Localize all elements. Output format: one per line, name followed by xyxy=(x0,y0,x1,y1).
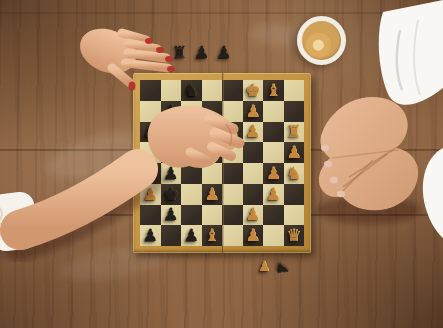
piece-bp-a6[interactable]: ♟ xyxy=(143,123,158,140)
square-a1[interactable]: ♟ xyxy=(140,225,161,246)
piece-wp-g3[interactable]: ♟ xyxy=(266,186,281,203)
square-b2[interactable]: ♟ xyxy=(161,205,182,226)
square-a5[interactable] xyxy=(140,142,161,163)
square-h8[interactable] xyxy=(284,80,305,101)
square-f1[interactable]: ♟ xyxy=(243,225,264,246)
piece-bp-c1[interactable]: ♟ xyxy=(184,227,199,244)
square-c6[interactable] xyxy=(181,122,202,143)
square-f6[interactable]: ♟ xyxy=(243,122,264,143)
square-h6[interactable]: ♜ xyxy=(284,122,305,143)
square-f3[interactable] xyxy=(243,184,264,205)
captured-bp[interactable]: ♟ xyxy=(194,44,209,61)
piece-wp-f2[interactable]: ♟ xyxy=(245,206,260,223)
square-c1[interactable]: ♟ xyxy=(181,225,202,246)
piece-wb-g8[interactable]: ♝ xyxy=(266,82,281,99)
square-b6[interactable] xyxy=(161,122,182,143)
square-e6[interactable] xyxy=(222,122,243,143)
piece-wr-h6[interactable]: ♜ xyxy=(286,123,301,140)
square-g4[interactable]: ♟ xyxy=(263,163,284,184)
square-c7[interactable] xyxy=(181,101,202,122)
captured-standing-pawn[interactable]: ♟ xyxy=(258,259,271,273)
square-g5[interactable] xyxy=(263,142,284,163)
square-a6[interactable]: ♟ xyxy=(140,122,161,143)
square-a2[interactable] xyxy=(140,205,161,226)
piece-wp-g4[interactable]: ♟ xyxy=(266,165,281,182)
square-b5[interactable] xyxy=(161,142,182,163)
square-a4[interactable] xyxy=(140,163,161,184)
square-h5[interactable]: ♟ xyxy=(284,142,305,163)
piece-bp-b7[interactable]: ♟ xyxy=(163,103,178,120)
square-b7[interactable]: ♟ xyxy=(161,101,182,122)
square-d3[interactable]: ♟ xyxy=(202,184,223,205)
square-g7[interactable] xyxy=(263,101,284,122)
square-g2[interactable] xyxy=(263,205,284,226)
piece-wp-f7[interactable]: ♟ xyxy=(245,103,260,120)
square-c5[interactable] xyxy=(181,142,202,163)
square-h1[interactable]: ♛ xyxy=(284,225,305,246)
square-d2[interactable] xyxy=(202,205,223,226)
square-h4[interactable]: ♞ xyxy=(284,163,305,184)
square-a7[interactable] xyxy=(140,101,161,122)
square-g1[interactable] xyxy=(263,225,284,246)
piece-bp-b2[interactable]: ♟ xyxy=(163,206,178,223)
square-f4[interactable] xyxy=(243,163,264,184)
square-h7[interactable] xyxy=(284,101,305,122)
square-f8[interactable]: ♚ xyxy=(243,80,264,101)
square-a3[interactable]: ♟ xyxy=(140,184,161,205)
plank-seam xyxy=(0,12,443,14)
square-b8[interactable] xyxy=(161,80,182,101)
square-d1[interactable]: ♝ xyxy=(202,225,223,246)
square-b1[interactable] xyxy=(161,225,182,246)
piece-wb-d1[interactable]: ♝ xyxy=(204,227,219,244)
square-f5[interactable] xyxy=(243,142,264,163)
piece-wp-f6[interactable]: ♟ xyxy=(245,123,260,140)
square-f7[interactable]: ♟ xyxy=(243,101,264,122)
square-h2[interactable] xyxy=(284,205,305,226)
square-c2[interactable] xyxy=(181,205,202,226)
piece-wn-h4[interactable]: ♞ xyxy=(286,165,301,182)
piece-wp-d5[interactable]: ♟ xyxy=(201,140,218,159)
piece-wp-d3[interactable]: ♟ xyxy=(204,186,219,203)
piece-wp-f1[interactable]: ♟ xyxy=(245,227,260,244)
fallen-black-piece[interactable]: ♟ xyxy=(275,262,292,278)
square-g8[interactable]: ♝ xyxy=(263,80,284,101)
captured-br[interactable]: ♜ xyxy=(172,44,187,61)
piece-bn-c8[interactable]: ♞ xyxy=(184,82,199,99)
square-e4[interactable] xyxy=(222,163,243,184)
square-c3[interactable] xyxy=(181,184,202,205)
square-e2[interactable] xyxy=(222,205,243,226)
captured-bp[interactable]: ♟ xyxy=(217,44,232,61)
captured-black-pieces: ♜♟♟ xyxy=(172,44,232,61)
piece-wk-f8[interactable]: ♚ xyxy=(245,82,260,99)
square-c8[interactable]: ♞ xyxy=(181,80,202,101)
piece-bp-a1[interactable]: ♟ xyxy=(143,227,158,244)
chess-board: ♞♚♝♟♟♟♟♜♟♟♟♟♞♟♚♟♟♟♟♟♟♝♟♛ xyxy=(133,73,311,253)
square-c4[interactable] xyxy=(181,163,202,184)
piece-wp-a3[interactable]: ♟ xyxy=(143,186,158,203)
teacup[interactable] xyxy=(297,16,346,65)
square-g3[interactable]: ♟ xyxy=(263,184,284,205)
piece-bk-b3[interactable]: ♚ xyxy=(163,186,178,203)
square-d7[interactable] xyxy=(202,101,223,122)
square-d4[interactable] xyxy=(202,163,223,184)
square-e8[interactable] xyxy=(222,80,243,101)
square-e3[interactable] xyxy=(222,184,243,205)
square-e7[interactable] xyxy=(222,101,243,122)
square-e5[interactable] xyxy=(222,142,243,163)
square-b3[interactable]: ♚ xyxy=(161,184,182,205)
square-g6[interactable] xyxy=(263,122,284,143)
square-a8[interactable] xyxy=(140,80,161,101)
square-e1[interactable] xyxy=(222,225,243,246)
piece-wq-h1[interactable]: ♛ xyxy=(286,227,301,244)
square-b4[interactable]: ♟ xyxy=(161,163,182,184)
square-d5[interactable]: ♟ xyxy=(202,142,223,163)
square-f2[interactable]: ♟ xyxy=(243,205,264,226)
square-h3[interactable] xyxy=(284,184,305,205)
table-scene: ♞♚♝♟♟♟♟♜♟♟♟♟♞♟♚♟♟♟♟♟♟♝♟♛ ♜♟♟ ♟ ♟ xyxy=(0,0,443,328)
piece-wp-h5[interactable]: ♟ xyxy=(286,144,301,161)
piece-bp-b4[interactable]: ♟ xyxy=(163,165,178,182)
square-d8[interactable] xyxy=(202,80,223,101)
board-hinge xyxy=(222,73,224,253)
